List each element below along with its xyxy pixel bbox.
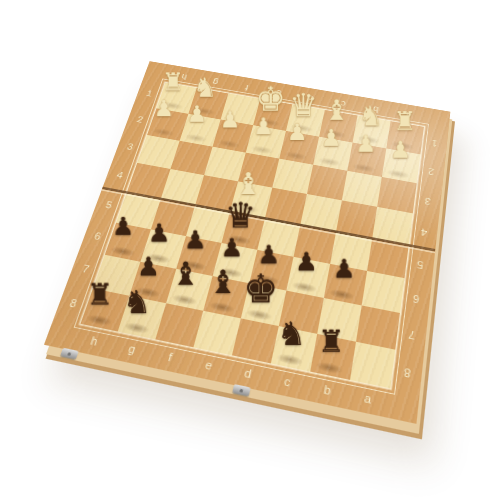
file-label-top-a: a <box>405 110 412 119</box>
white-pawn-a2: ♟ <box>379 127 422 174</box>
chess-board: hhggffeeddccbbaa1122334455667788 ♜♞♝♛♚♞♜… <box>44 61 450 424</box>
black-knight-g8: ♞ <box>113 276 161 328</box>
front-clasp-left <box>60 348 79 360</box>
black-pawn-b6: ♟ <box>321 244 368 295</box>
file-label-top-b: b <box>372 104 379 113</box>
rank-label-right-2: 2 <box>427 166 434 176</box>
rank-label-right-1: 1 <box>431 138 438 148</box>
black-rook-b8: ♜ <box>307 315 356 369</box>
rank-label-right-3: 3 <box>424 195 432 205</box>
product-photo-scene: hhggffeeddccbbaa1122334455667788 ♜♞♝♛♚♞♜… <box>0 0 500 500</box>
